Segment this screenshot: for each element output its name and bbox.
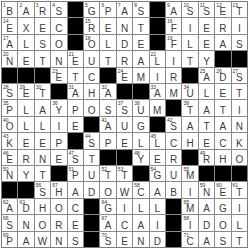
cell-letter: A (166, 6, 181, 17)
cell-letter: D (84, 187, 99, 198)
cell-r8c13[interactable]: T (199, 117, 214, 132)
cell-r9c6[interactable]: 44S (84, 133, 99, 148)
cell-r9c2[interactable]: E (18, 133, 33, 148)
cell-letter: L (150, 138, 165, 149)
cell-r7c9[interactable]: 38U (133, 100, 148, 115)
cell-letter: N (117, 23, 132, 34)
cell-r15c3[interactable]: W (35, 232, 50, 247)
cell-r7c15[interactable]: I (232, 100, 247, 115)
cell-letter: A (199, 72, 214, 83)
cell-letter: K (2, 138, 17, 149)
cell-r14c5[interactable]: E (68, 215, 83, 230)
cell-r7c14[interactable]: T (215, 100, 230, 115)
cell-letter: S (215, 236, 230, 247)
cell-r15c4[interactable]: N (51, 232, 66, 247)
cell-r15c5[interactable]: S (68, 232, 83, 247)
cell-letter: E (18, 88, 33, 99)
cell-letter: Y (18, 170, 33, 181)
cell-r5c6[interactable]: C (84, 68, 99, 83)
cell-letter: W (117, 187, 132, 198)
cell-r10c9[interactable]: 48Y (133, 150, 148, 165)
cell-r15c1[interactable]: 69P (2, 232, 17, 247)
cell-r15c14[interactable]: S (215, 232, 230, 247)
cell-r3c3[interactable]: S (35, 35, 50, 50)
cell-r15c9[interactable]: N (133, 232, 148, 247)
cell-r11c10[interactable]: 54G (150, 166, 165, 181)
cell-r13c12[interactable]: 65M (182, 199, 197, 214)
cell-r4c13[interactable]: Y (199, 51, 214, 66)
cell-letter: S (68, 236, 83, 247)
cell-r4c12[interactable]: T (182, 51, 197, 66)
cell-r1c7[interactable]: 6P (100, 2, 115, 17)
cell-r12c6[interactable]: D (84, 182, 99, 197)
cell-r10c2[interactable]: R (18, 150, 33, 165)
cell-r2c7[interactable]: E (100, 18, 115, 33)
cell-letter: L (133, 138, 148, 149)
cell-letter: H (182, 138, 197, 149)
cell-r6c5[interactable]: 31A (68, 84, 83, 99)
cell-r10c6[interactable]: T (84, 150, 99, 165)
cell-r4c3[interactable]: T (35, 51, 50, 66)
cell-letter: A (215, 39, 230, 50)
cell-r13c2[interactable]: 63D (18, 199, 33, 214)
cell-r2c3[interactable]: E (35, 18, 50, 33)
cell-r14c12[interactable]: 68I (182, 215, 197, 230)
cell-r6c2[interactable]: 29E (18, 84, 33, 99)
cell-r7c5[interactable]: P (68, 100, 83, 115)
cell-letter: E (199, 23, 214, 34)
cell-letter: S (68, 154, 83, 165)
cell-letter: E (68, 121, 83, 132)
cell-r8c7[interactable]: 41A (100, 117, 115, 132)
cell-r1c8[interactable]: 7A (117, 2, 132, 17)
cell-r2c14[interactable]: R (215, 18, 230, 33)
cell-r9c1[interactable]: 43K (2, 133, 17, 148)
cell-letter: G (150, 170, 165, 181)
cell-r13c3[interactable]: H (35, 199, 50, 214)
cell-letter: H (84, 88, 99, 99)
cell-r3c13[interactable]: E (199, 35, 214, 50)
cell-r3c9[interactable]: E (133, 35, 148, 50)
cell-r13c1[interactable]: 62A (2, 199, 17, 214)
cell-letter: E (100, 23, 115, 34)
cell-r12c13[interactable]: 59N (199, 182, 214, 197)
cell-r14c15[interactable]: L (232, 215, 247, 230)
cell-r4c5[interactable]: 21E (68, 51, 83, 66)
cell-letter: I (117, 203, 132, 214)
cell-letter: O (232, 154, 247, 165)
cell-r7c13[interactable]: A (199, 100, 214, 115)
cell-r14c7[interactable]: 67A (100, 215, 115, 230)
cell-letter: N (2, 170, 17, 181)
cell-r14c10[interactable]: I (150, 215, 165, 230)
cell-r13c14[interactable]: G (215, 199, 230, 214)
cell-r1c2[interactable]: 2A (18, 2, 33, 17)
cell-r10c13[interactable]: 49R (199, 150, 214, 165)
cell-r12c7[interactable]: O (100, 182, 115, 197)
cell-r15c12[interactable]: 71C (182, 232, 197, 247)
cell-letter: E (2, 23, 17, 34)
cell-r14c4[interactable]: R (51, 215, 66, 230)
cell-r1c1[interactable]: 1B (2, 2, 17, 17)
cell-letter: A (68, 88, 83, 99)
cell-r8c14[interactable]: A (215, 117, 230, 132)
cell-r3c8[interactable]: D (117, 35, 132, 50)
cell-r13c13[interactable]: A (199, 199, 214, 214)
cell-r4c2[interactable]: E (18, 51, 33, 66)
cell-r12c14[interactable]: 60E (215, 182, 230, 197)
cell-letter: E (18, 138, 33, 149)
cell-r13c4[interactable]: O (51, 199, 66, 214)
cell-r4c1[interactable]: 20N (2, 51, 17, 66)
cell-r6c13[interactable]: L (199, 84, 214, 99)
cell-r3c7[interactable]: L (100, 35, 115, 50)
cell-r6c3[interactable]: 30T (35, 84, 50, 99)
cell-r13c7[interactable]: 64G (100, 199, 115, 214)
cell-r9c15[interactable]: K (232, 133, 247, 148)
cell-r2c4[interactable]: C (51, 18, 66, 33)
cell-r7c3[interactable]: A (35, 100, 50, 115)
block-r13c6 (84, 199, 99, 214)
cell-r2c2[interactable]: X (18, 18, 33, 33)
cell-r11c12[interactable]: 55M (182, 166, 197, 181)
cell-letter: U (182, 88, 197, 99)
cell-r2c8[interactable]: N (117, 18, 132, 33)
cell-r12c10[interactable]: A (150, 182, 165, 197)
block-r5c2 (18, 68, 33, 83)
cell-r7c1[interactable]: 35P (2, 100, 17, 115)
cell-r5c14[interactable]: 26D (215, 68, 230, 83)
cell-r9c13[interactable]: E (199, 133, 214, 148)
cell-r1c3[interactable]: 3R (35, 2, 50, 17)
cell-r10c11[interactable]: R (166, 150, 181, 165)
cell-r2c1[interactable]: 14E (2, 18, 17, 33)
cell-r4c6[interactable]: U (84, 51, 99, 66)
cell-letter: T (232, 6, 247, 17)
cell-r3c15[interactable]: S (232, 35, 247, 50)
cell-letter: Y (199, 56, 214, 67)
cell-letter: T (232, 236, 247, 247)
cell-r11c7[interactable]: 52T (100, 166, 115, 181)
cell-r10c14[interactable]: H (215, 150, 230, 165)
cell-letter: S (133, 6, 148, 17)
cell-letter: O (2, 121, 17, 132)
cell-letter: S (100, 236, 115, 247)
cell-r8c4[interactable]: I (51, 117, 66, 132)
cell-letter: D (18, 203, 33, 214)
cell-r14c3[interactable]: O (35, 215, 50, 230)
cell-letter: I (166, 56, 181, 67)
cell-r9c10[interactable]: 45L (150, 133, 165, 148)
cell-r1c11[interactable]: 9A (166, 2, 181, 17)
cell-r12c8[interactable]: W (117, 182, 132, 197)
cell-r2c15[interactable]: I (232, 18, 247, 33)
cell-r5c9[interactable]: M (133, 68, 148, 83)
cell-letter: L (232, 220, 247, 231)
cell-r8c1[interactable]: 40O (2, 117, 17, 132)
cell-letter: N (199, 187, 214, 198)
cell-letter: T (182, 56, 197, 67)
cell-r12c4[interactable]: 57H (51, 182, 66, 197)
cell-r15c10[interactable]: D (150, 232, 165, 247)
cell-r9c7[interactable]: P (100, 133, 115, 148)
cell-r8c15[interactable]: N (232, 117, 247, 132)
cell-r10c1[interactable]: 46E (2, 150, 17, 165)
cell-letter: H (51, 187, 66, 198)
cell-letter: P (68, 105, 83, 116)
cell-letter: M (182, 170, 197, 181)
cell-r8c2[interactable]: L (18, 117, 33, 132)
cell-r3c14[interactable]: A (215, 35, 230, 50)
cell-r13c5[interactable]: C (68, 199, 83, 214)
cell-letter: T (84, 154, 99, 165)
cell-r4c11[interactable]: I (166, 51, 181, 66)
cell-letter: T (100, 56, 115, 67)
cell-letter: L (133, 203, 148, 214)
block-r2c10 (150, 18, 165, 33)
cell-letter: G (215, 203, 230, 214)
cell-r5c5[interactable]: T (68, 68, 83, 83)
cell-r14c9[interactable]: A (133, 215, 148, 230)
cell-r9c11[interactable]: C (166, 133, 181, 148)
block-r12c1 (2, 182, 17, 197)
cell-r13c15[interactable]: I (232, 199, 247, 214)
cell-letter: R (166, 154, 181, 165)
cell-r9c8[interactable]: E (117, 133, 132, 148)
cell-r12c15[interactable]: 61T (232, 182, 247, 197)
cell-r6c15[interactable]: T (232, 84, 247, 99)
cell-letter: M (133, 72, 148, 83)
cell-letter: A (199, 236, 214, 247)
cell-letter: U (133, 105, 148, 116)
cell-letter: K (232, 138, 247, 149)
cell-r13c9[interactable]: L (133, 199, 148, 214)
cell-letter: S (84, 138, 99, 149)
cell-r3c4[interactable]: O (51, 35, 66, 50)
cell-r12c12[interactable]: I (182, 182, 197, 197)
cell-r14c8[interactable]: C (117, 215, 132, 230)
block-r11c9 (133, 166, 148, 181)
cell-r7c2[interactable]: L (18, 100, 33, 115)
cell-letter: L (150, 56, 165, 67)
cell-letter: C (133, 187, 148, 198)
cell-r1c9[interactable]: 8S (133, 2, 148, 17)
block-r1c10 (150, 2, 165, 17)
cell-r12c5[interactable]: A (68, 182, 83, 197)
cell-letter: S (100, 105, 115, 116)
cell-r9c3[interactable]: E (35, 133, 50, 148)
cell-r3c11[interactable]: 19F (166, 35, 181, 50)
cell-r5c15[interactable]: 27S (232, 68, 247, 83)
cell-r4c9[interactable]: A (133, 51, 148, 66)
cell-letter: I (232, 23, 247, 34)
cell-letter: T (232, 187, 247, 198)
cell-r14c2[interactable]: N (18, 215, 33, 230)
cell-letter: Y (133, 154, 148, 165)
cell-letter: L (18, 105, 33, 116)
cell-r6c14[interactable]: E (215, 84, 230, 99)
cell-r9c14[interactable]: C (215, 133, 230, 148)
cell-letter: D (117, 39, 132, 50)
cell-r9c12[interactable]: H (182, 133, 197, 148)
cell-r1c14[interactable]: 12E (215, 2, 230, 17)
block-r9c5 (68, 133, 83, 148)
cell-r1c4[interactable]: 4S (51, 2, 66, 17)
cell-r7c4[interactable]: 36Y (51, 100, 66, 115)
cell-r4c8[interactable]: R (117, 51, 132, 66)
cell-r7c6[interactable]: O (84, 100, 99, 115)
cell-r1c15[interactable]: 13T (232, 2, 247, 17)
cell-r5c4[interactable]: 23E (51, 68, 66, 83)
cell-r13c8[interactable]: I (117, 199, 132, 214)
cell-r14c1[interactable]: 66S (2, 215, 17, 230)
cell-r11c3[interactable]: T (35, 166, 50, 181)
cell-letter: R (35, 6, 50, 17)
cell-letter: I (150, 220, 165, 231)
cell-letter: N (35, 154, 50, 165)
cell-r3c2[interactable]: L (18, 35, 33, 50)
cell-letter: D (150, 236, 165, 247)
cell-letter: S (2, 88, 17, 99)
cell-letter: A (199, 105, 214, 116)
cell-r15c8[interactable]: E (117, 232, 132, 247)
cell-r10c3[interactable]: N (35, 150, 50, 165)
cell-letter: T (199, 121, 214, 132)
cell-letter: E (2, 154, 17, 165)
cell-r9c4[interactable]: P (51, 133, 66, 148)
cell-r1c6[interactable]: 5G (84, 2, 99, 17)
cell-letter: T (232, 88, 247, 99)
cell-letter: E (215, 187, 230, 198)
cell-letter: L (150, 203, 165, 214)
cell-r4c10[interactable]: 22L (150, 51, 165, 66)
cell-r3c6[interactable]: 18O (84, 35, 99, 50)
cell-r5c13[interactable]: 25A (199, 68, 214, 83)
cell-r15c2[interactable]: A (18, 232, 33, 247)
cell-r10c15[interactable]: O (232, 150, 247, 165)
cell-letter: I (232, 203, 247, 214)
cell-r6c1[interactable]: 28S (2, 84, 17, 99)
block-r5c12 (182, 68, 197, 83)
cell-letter: A (18, 6, 33, 17)
cell-r14c13[interactable]: D (199, 215, 214, 230)
cell-r12c11[interactable]: B (166, 182, 181, 197)
cell-r9c9[interactable]: L (133, 133, 148, 148)
cell-letter: H (215, 154, 230, 165)
cell-r15c7[interactable]: 70S (100, 232, 115, 247)
cell-r6c6[interactable]: H (84, 84, 99, 99)
cell-r6c12[interactable]: 34U (182, 84, 197, 99)
cell-letter: I (150, 72, 165, 83)
cell-letter: O (51, 39, 66, 50)
cell-r5c8[interactable]: 24E (117, 68, 132, 83)
block-r11c14 (215, 166, 230, 181)
cell-r1c12[interactable]: 10S (182, 2, 197, 17)
cell-r8c8[interactable]: U (117, 117, 132, 132)
cell-r3c1[interactable]: 17A (2, 35, 17, 50)
cell-r7c12[interactable]: 39T (182, 100, 197, 115)
cell-letter: A (182, 121, 197, 132)
cell-r2c13[interactable]: E (199, 18, 214, 33)
cell-r12c9[interactable]: 58C (133, 182, 148, 197)
cell-r2c11[interactable]: 16F (166, 18, 181, 33)
cell-r6c7[interactable]: 32A (100, 84, 115, 99)
cell-letter: R (84, 23, 99, 34)
cell-r13c10[interactable]: L (150, 199, 165, 214)
cell-r11c5[interactable]: 51P (68, 166, 83, 181)
cell-r8c9[interactable]: G (133, 117, 148, 132)
cell-r4c7[interactable]: T (100, 51, 115, 66)
cell-r11c11[interactable]: U (166, 166, 181, 181)
cell-letter: F (166, 23, 181, 34)
cell-r10c10[interactable]: E (150, 150, 165, 165)
cell-letter: A (133, 220, 148, 231)
block-r12c2 (18, 182, 33, 197)
cell-r6c10[interactable]: 33A (150, 84, 165, 99)
block-r14c6 (84, 215, 99, 230)
cell-letter: G (84, 6, 99, 17)
cell-r7c7[interactable]: S (100, 100, 115, 115)
cell-letter: T (100, 170, 115, 181)
cell-letter: L (199, 88, 214, 99)
cell-r10c4[interactable]: E (51, 150, 66, 165)
cell-r6c11[interactable]: M (166, 84, 181, 99)
cell-letter: B (166, 187, 181, 198)
cell-letter: P (100, 138, 115, 149)
cell-r8c5[interactable]: E (68, 117, 83, 132)
cell-r11c6[interactable]: U (84, 166, 99, 181)
block-r6c4 (51, 84, 66, 99)
cell-r3c12[interactable]: L (182, 35, 197, 50)
cell-r8c11[interactable]: 42S (166, 117, 181, 132)
cell-letter: E (215, 6, 230, 17)
cell-r11c2[interactable]: Y (18, 166, 33, 181)
cell-r5c11[interactable]: R (166, 68, 181, 83)
cell-r15c13[interactable]: A (199, 232, 214, 247)
block-r8c10 (150, 117, 165, 132)
cell-r7c8[interactable]: 37S (117, 100, 132, 115)
cell-r2c12[interactable]: I (182, 18, 197, 33)
cell-r2c9[interactable]: T (133, 18, 148, 33)
cell-letter: C (117, 220, 132, 231)
cell-r7c10[interactable]: M (150, 100, 165, 115)
cell-letter: T (133, 23, 148, 34)
cell-r4c4[interactable]: N (51, 51, 66, 66)
block-r11c13 (199, 166, 214, 181)
cell-letter: P (2, 236, 17, 247)
cell-letter: E (117, 236, 132, 247)
cell-r8c12[interactable]: A (182, 117, 197, 132)
cell-r1c13[interactable]: 11S (199, 2, 214, 17)
cell-letter: B (2, 6, 17, 17)
cell-letter: T (182, 105, 197, 116)
cell-letter: S (51, 6, 66, 17)
cell-r12c3[interactable]: 56S (35, 182, 50, 197)
cell-r14c14[interactable]: O (215, 215, 230, 230)
cell-r2c6[interactable]: 15R (84, 18, 99, 33)
cell-r11c1[interactable]: 50N (2, 166, 17, 181)
cell-letter: L (182, 39, 197, 50)
cell-r11c8[interactable]: 53T (117, 166, 132, 181)
cell-letter: E (199, 39, 214, 50)
cell-letter: U (84, 170, 99, 181)
cell-r8c3[interactable]: L (35, 117, 50, 132)
cell-letter: C (166, 138, 181, 149)
cell-r10c5[interactable]: 47S (68, 150, 83, 165)
cell-r5c10[interactable]: I (150, 68, 165, 83)
cell-r15c15[interactable]: T (232, 232, 247, 247)
cell-letter: E (35, 138, 50, 149)
